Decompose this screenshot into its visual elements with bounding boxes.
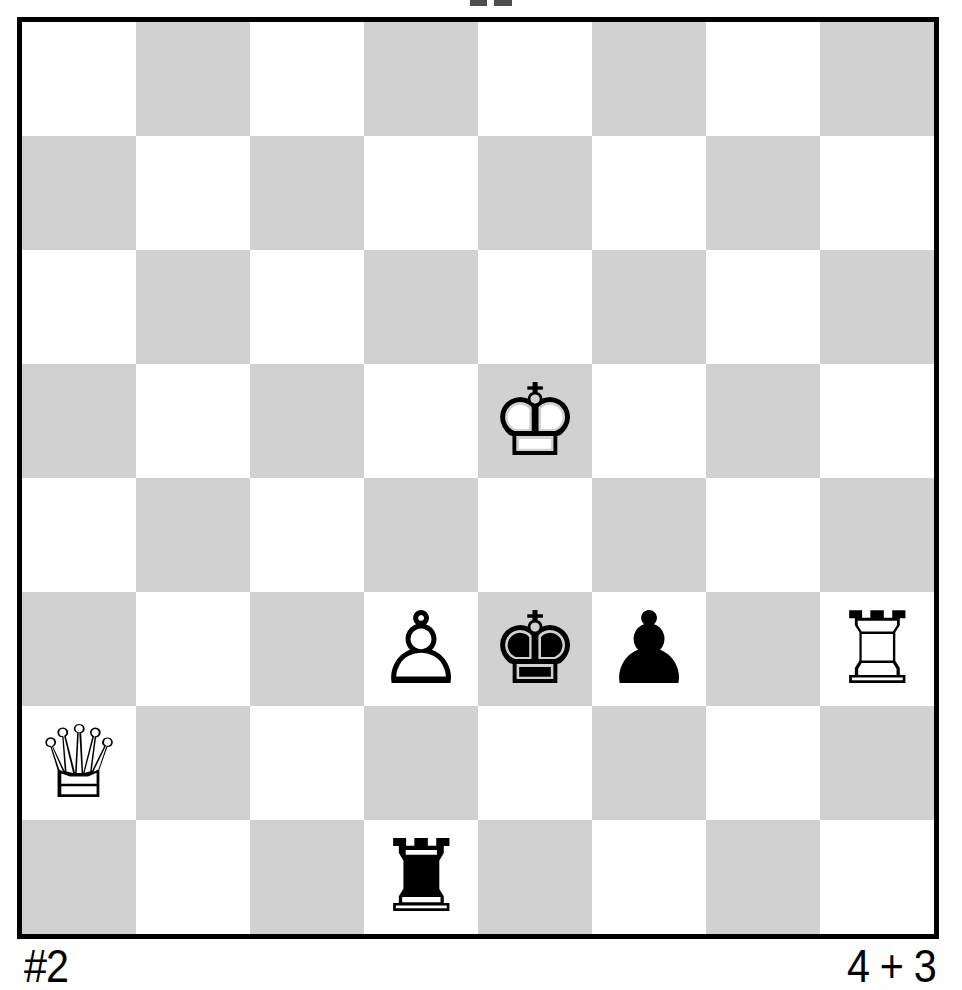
square-f8[interactable]: [592, 22, 706, 136]
square-h2[interactable]: [820, 706, 934, 820]
square-h1[interactable]: [820, 820, 934, 934]
square-b1[interactable]: [136, 820, 250, 934]
white-king: ♚♔: [478, 364, 592, 478]
chess-problem-diagram: ♚♔♟♙♚♟♜♖♛♕♜ #2 4 + 3: [0, 0, 962, 990]
square-a6[interactable]: [22, 250, 136, 364]
square-e8[interactable]: [478, 22, 592, 136]
square-g7[interactable]: [706, 136, 820, 250]
square-g6[interactable]: [706, 250, 820, 364]
square-b6[interactable]: [136, 250, 250, 364]
square-b8[interactable]: [136, 22, 250, 136]
square-d5[interactable]: [364, 364, 478, 478]
square-h3[interactable]: ♜♖: [820, 592, 934, 706]
square-c8[interactable]: [250, 22, 364, 136]
stipulation-label: #2: [24, 938, 68, 990]
white-queen-outline: ♕: [22, 706, 136, 820]
square-g4[interactable]: [706, 478, 820, 592]
black-pawn: ♟: [592, 592, 706, 706]
square-a7[interactable]: [22, 136, 136, 250]
square-b4[interactable]: [136, 478, 250, 592]
white-rook-outline: ♖: [820, 592, 934, 706]
cropped-text-remnant: [470, 0, 487, 6]
square-c6[interactable]: [250, 250, 364, 364]
square-c3[interactable]: [250, 592, 364, 706]
black-king: ♚: [478, 592, 592, 706]
square-h8[interactable]: [820, 22, 934, 136]
square-a4[interactable]: [22, 478, 136, 592]
square-a8[interactable]: [22, 22, 136, 136]
square-a3[interactable]: [22, 592, 136, 706]
square-e5[interactable]: ♚♔: [478, 364, 592, 478]
square-e4[interactable]: [478, 478, 592, 592]
square-g1[interactable]: [706, 820, 820, 934]
square-f4[interactable]: [592, 478, 706, 592]
square-c4[interactable]: [250, 478, 364, 592]
chess-board-frame: ♚♔♟♙♚♟♜♖♛♕♜: [17, 17, 939, 939]
square-c2[interactable]: [250, 706, 364, 820]
square-c7[interactable]: [250, 136, 364, 250]
square-f3[interactable]: ♟: [592, 592, 706, 706]
square-c5[interactable]: [250, 364, 364, 478]
square-f7[interactable]: [592, 136, 706, 250]
square-d6[interactable]: [364, 250, 478, 364]
square-f2[interactable]: [592, 706, 706, 820]
square-f5[interactable]: [592, 364, 706, 478]
square-a5[interactable]: [22, 364, 136, 478]
white-rook: ♜♖: [820, 592, 934, 706]
square-d8[interactable]: [364, 22, 478, 136]
square-b2[interactable]: [136, 706, 250, 820]
square-b3[interactable]: [136, 592, 250, 706]
square-f1[interactable]: [592, 820, 706, 934]
black-rook: ♜: [364, 820, 478, 934]
square-g2[interactable]: [706, 706, 820, 820]
square-h4[interactable]: [820, 478, 934, 592]
square-a1[interactable]: [22, 820, 136, 934]
square-d4[interactable]: [364, 478, 478, 592]
square-d7[interactable]: [364, 136, 478, 250]
white-king-outline: ♔: [478, 364, 592, 478]
square-e7[interactable]: [478, 136, 592, 250]
square-e2[interactable]: [478, 706, 592, 820]
square-g8[interactable]: [706, 22, 820, 136]
square-e3[interactable]: ♚: [478, 592, 592, 706]
white-queen: ♛♕: [22, 706, 136, 820]
square-d3[interactable]: ♟♙: [364, 592, 478, 706]
square-c1[interactable]: [250, 820, 364, 934]
square-e1[interactable]: [478, 820, 592, 934]
square-h5[interactable]: [820, 364, 934, 478]
square-g5[interactable]: [706, 364, 820, 478]
square-b7[interactable]: [136, 136, 250, 250]
square-h7[interactable]: [820, 136, 934, 250]
square-h6[interactable]: [820, 250, 934, 364]
square-f6[interactable]: [592, 250, 706, 364]
white-pawn-outline: ♙: [364, 592, 478, 706]
chess-board: ♚♔♟♙♚♟♜♖♛♕♜: [22, 22, 934, 934]
square-e6[interactable]: [478, 250, 592, 364]
square-b5[interactable]: [136, 364, 250, 478]
white-pawn: ♟♙: [364, 592, 478, 706]
square-d1[interactable]: ♜: [364, 820, 478, 934]
piece-count-label: 4 + 3: [847, 938, 936, 990]
cropped-text-remnant: [494, 0, 512, 6]
square-d2[interactable]: [364, 706, 478, 820]
square-a2[interactable]: ♛♕: [22, 706, 136, 820]
square-g3[interactable]: [706, 592, 820, 706]
